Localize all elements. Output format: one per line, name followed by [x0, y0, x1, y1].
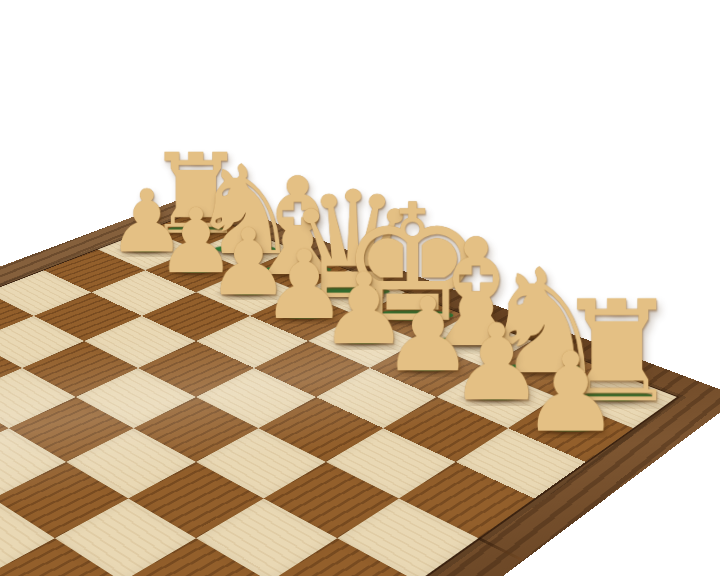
chess-board: ♜♞♝♛♚♝♞♜♟♟♟♟♟♟♟♟ [0, 193, 720, 576]
chess-set-photo-scene: Angled studio photograph of a wooden che… [0, 0, 720, 576]
pawn-glyph: ♟ [521, 338, 620, 448]
square-d4 [138, 341, 254, 397]
board-playing-area: ♜♞♝♛♚♝♞♜♟♟♟♟♟♟♟♟ [0, 212, 677, 576]
